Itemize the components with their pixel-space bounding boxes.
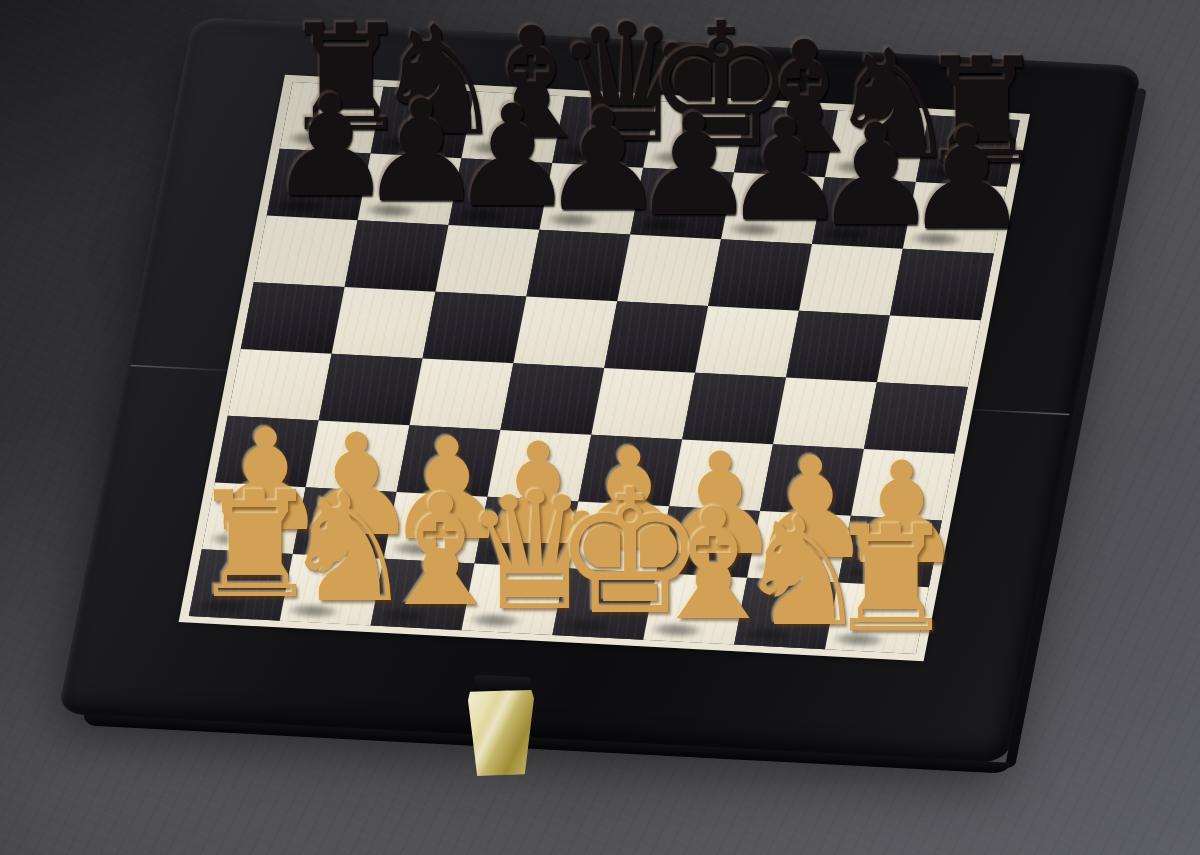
square-a7[interactable]: ♟ xyxy=(267,149,371,221)
black-pawn[interactable]: ♟ xyxy=(722,107,813,236)
square-c7[interactable]: ♟ xyxy=(448,158,552,230)
square-d1[interactable]: ♛ xyxy=(462,563,566,635)
white-rook[interactable]: ♜ xyxy=(826,511,917,645)
square-c5[interactable] xyxy=(423,292,527,364)
chess-box: ♜♞♝♛♚♝♞♜♟♟♟♟♟♟♟♟♟♟♟♟♟♟♟♟♜♞♝♛♚♝♞♜ xyxy=(58,17,1142,764)
square-g7[interactable]: ♟ xyxy=(812,177,916,249)
square-h7[interactable]: ♟ xyxy=(903,182,1007,254)
black-pawn[interactable]: ♟ xyxy=(268,83,359,212)
table-surface: ♜♞♝♛♚♝♞♜♟♟♟♟♟♟♟♟♟♟♟♟♟♟♟♟♜♞♝♛♚♝♞♜ xyxy=(0,0,1200,855)
square-a1[interactable]: ♜ xyxy=(189,549,293,621)
black-pawn[interactable]: ♟ xyxy=(540,97,631,226)
black-pawn[interactable]: ♟ xyxy=(813,112,904,241)
white-queen[interactable]: ♛ xyxy=(463,477,554,627)
square-b1[interactable]: ♞ xyxy=(280,554,384,626)
square-e5[interactable] xyxy=(604,301,708,373)
white-bishop[interactable]: ♝ xyxy=(372,480,463,622)
square-h5[interactable] xyxy=(877,316,981,388)
white-knight[interactable]: ♞ xyxy=(281,479,372,617)
board-grid: ♜♞♝♛♚♝♞♜♟♟♟♟♟♟♟♟♟♟♟♟♟♟♟♟♜♞♝♛♚♝♞♜ xyxy=(179,75,1030,661)
black-pawn[interactable]: ♟ xyxy=(450,93,541,222)
black-pawn[interactable]: ♟ xyxy=(359,88,450,217)
black-pawn[interactable]: ♟ xyxy=(904,116,995,245)
square-g1[interactable]: ♞ xyxy=(734,578,838,650)
square-f7[interactable]: ♟ xyxy=(721,172,825,244)
square-b7[interactable]: ♟ xyxy=(358,153,462,225)
square-f5[interactable] xyxy=(695,306,799,378)
brass-clasp-icon xyxy=(468,690,534,776)
square-d7[interactable]: ♟ xyxy=(539,163,643,235)
square-d5[interactable] xyxy=(513,296,617,368)
square-f1[interactable]: ♝ xyxy=(643,573,747,645)
square-a5[interactable] xyxy=(241,282,345,354)
square-h1[interactable]: ♜ xyxy=(825,583,929,655)
square-e1[interactable]: ♚ xyxy=(552,568,656,640)
square-c1[interactable]: ♝ xyxy=(371,559,475,631)
white-bishop[interactable]: ♝ xyxy=(644,495,735,637)
square-b5[interactable] xyxy=(332,287,436,359)
white-king[interactable]: ♚ xyxy=(553,474,644,631)
white-knight[interactable]: ♞ xyxy=(735,503,826,641)
square-e7[interactable]: ♟ xyxy=(630,168,734,240)
black-pawn[interactable]: ♟ xyxy=(631,102,722,231)
square-g5[interactable] xyxy=(786,311,890,383)
white-rook[interactable]: ♜ xyxy=(190,478,281,612)
